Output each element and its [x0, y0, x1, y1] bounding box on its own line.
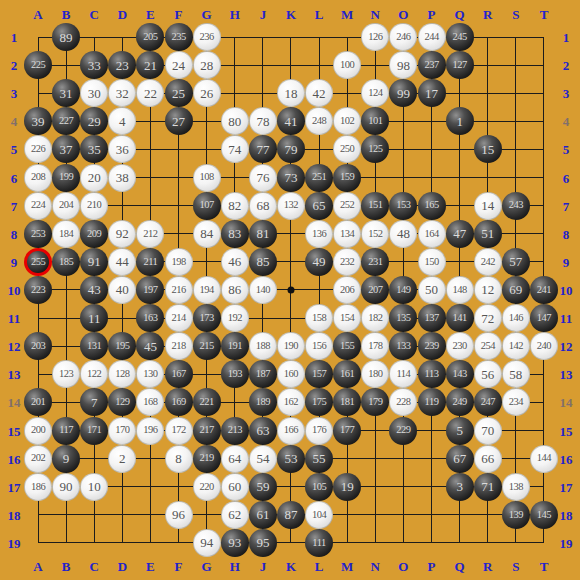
move-number: 82	[228, 199, 241, 212]
move-number: 239	[424, 341, 438, 352]
move-number: 99	[397, 87, 410, 100]
stone-J13: 187	[249, 360, 277, 388]
move-number: 90	[60, 480, 73, 493]
column-label-top-F: F	[175, 8, 183, 21]
stone-E13: 130	[136, 360, 164, 388]
stone-D5: 36	[108, 135, 136, 163]
move-number: 63	[256, 424, 269, 437]
stone-B1: 89	[52, 23, 80, 51]
move-number: 96	[172, 508, 185, 521]
move-number: 54	[256, 452, 269, 465]
go-board[interactable]: AABBCCDDEEFFGGHHJJKKLLMMNNOOPPQQRRSSTT11…	[0, 0, 580, 580]
move-number: 53	[284, 452, 297, 465]
move-number: 169	[171, 397, 185, 408]
move-number: 26	[200, 87, 213, 100]
move-number: 162	[284, 397, 298, 408]
move-number: 215	[200, 341, 214, 352]
stone-B4: 227	[52, 107, 80, 135]
stone-N11: 182	[361, 304, 389, 332]
row-label-right-12: 12	[560, 340, 573, 353]
stone-L14: 175	[305, 388, 333, 416]
stone-N9: 231	[361, 248, 389, 276]
stone-O13: 114	[389, 360, 417, 388]
column-label-top-H: H	[230, 8, 240, 21]
column-label-top-T: T	[540, 8, 549, 21]
move-number: 41	[284, 115, 297, 128]
move-number: 224	[31, 200, 45, 211]
move-number: 125	[368, 144, 382, 155]
stone-P14: 119	[418, 388, 446, 416]
stone-O14: 228	[389, 388, 417, 416]
row-label-right-7: 7	[563, 199, 570, 212]
move-number: 165	[424, 200, 438, 211]
move-number: 45	[144, 340, 157, 353]
stone-E10: 197	[136, 276, 164, 304]
row-label-left-9: 9	[11, 255, 18, 268]
move-number: 168	[143, 397, 157, 408]
move-number: 220	[200, 482, 214, 493]
row-label-left-6: 6	[11, 171, 18, 184]
move-number: 173	[200, 313, 214, 324]
move-number: 50	[425, 283, 438, 296]
stone-A7: 224	[24, 192, 52, 220]
stone-P2: 237	[418, 51, 446, 79]
stone-C3: 30	[80, 79, 108, 107]
stone-S18: 139	[502, 501, 530, 529]
stone-L15: 176	[305, 417, 333, 445]
move-number: 237	[424, 60, 438, 71]
row-label-right-6: 6	[563, 171, 570, 184]
stone-O3: 99	[389, 79, 417, 107]
move-number: 79	[284, 143, 297, 156]
stone-F3: 25	[165, 79, 193, 107]
move-number: 70	[481, 424, 494, 437]
move-number: 4	[119, 115, 126, 128]
stone-J16: 54	[249, 445, 277, 473]
move-number: 214	[171, 313, 185, 324]
stone-N7: 151	[361, 192, 389, 220]
move-number: 130	[143, 369, 157, 380]
stone-P12: 239	[418, 332, 446, 360]
move-number: 187	[256, 369, 270, 380]
stone-K4: 41	[277, 107, 305, 135]
move-number: 198	[171, 257, 185, 268]
move-number: 195	[115, 341, 129, 352]
move-number: 227	[59, 116, 73, 127]
move-number: 199	[59, 172, 73, 183]
move-number: 7	[91, 396, 98, 409]
move-number: 20	[88, 171, 101, 184]
move-number: 139	[509, 510, 523, 521]
stone-S9: 57	[502, 248, 530, 276]
row-label-left-13: 13	[8, 368, 21, 381]
stone-T12: 240	[530, 332, 558, 360]
stone-R9: 242	[474, 248, 502, 276]
stone-Q13: 143	[446, 360, 474, 388]
move-number: 72	[481, 312, 494, 325]
column-label-top-A: A	[33, 8, 42, 21]
column-label-bottom-A: A	[33, 560, 42, 573]
stone-N8: 152	[361, 220, 389, 248]
stone-Q16: 67	[446, 445, 474, 473]
move-number: 219	[200, 453, 214, 464]
row-label-left-7: 7	[11, 199, 18, 212]
stone-L17: 105	[305, 473, 333, 501]
column-label-bottom-M: M	[341, 560, 353, 573]
stone-S7: 243	[502, 192, 530, 220]
move-number: 157	[312, 369, 326, 380]
stone-H8: 83	[221, 220, 249, 248]
row-label-left-18: 18	[8, 508, 21, 521]
move-number: 80	[228, 115, 241, 128]
move-number: 145	[537, 510, 551, 521]
row-label-left-11: 11	[8, 312, 20, 325]
column-label-bottom-T: T	[540, 560, 549, 573]
column-label-top-B: B	[62, 8, 71, 21]
row-label-left-4: 4	[11, 115, 18, 128]
move-number: 39	[32, 115, 45, 128]
move-number: 85	[256, 255, 269, 268]
move-number: 230	[453, 341, 467, 352]
move-number: 30	[88, 87, 101, 100]
stone-K18: 87	[277, 501, 305, 529]
move-number: 73	[284, 171, 297, 184]
move-number: 24	[172, 59, 185, 72]
move-number: 101	[368, 116, 382, 127]
move-number: 113	[425, 369, 439, 380]
stone-M9: 232	[333, 248, 361, 276]
stone-E15: 196	[136, 417, 164, 445]
stone-G11: 173	[193, 304, 221, 332]
row-label-right-5: 5	[563, 143, 570, 156]
stone-L4: 248	[305, 107, 333, 135]
move-number: 218	[171, 341, 185, 352]
stone-F9: 198	[165, 248, 193, 276]
stone-M7: 252	[333, 192, 361, 220]
stone-C9: 91	[80, 248, 108, 276]
move-number: 176	[312, 425, 326, 436]
stone-Q8: 47	[446, 220, 474, 248]
stone-C13: 122	[80, 360, 108, 388]
stone-K5: 79	[277, 135, 305, 163]
move-number: 235	[171, 32, 185, 43]
stone-Q4: 1	[446, 107, 474, 135]
move-number: 254	[481, 341, 495, 352]
stone-N1: 126	[361, 23, 389, 51]
stone-A2: 225	[24, 51, 52, 79]
column-label-bottom-C: C	[90, 560, 99, 573]
move-number: 86	[228, 283, 241, 296]
move-number: 104	[312, 510, 326, 521]
move-number: 32	[116, 87, 129, 100]
move-number: 28	[200, 59, 213, 72]
stone-H10: 86	[221, 276, 249, 304]
stone-E8: 212	[136, 220, 164, 248]
move-number: 89	[60, 31, 73, 44]
move-number: 208	[31, 172, 45, 183]
stone-K12: 190	[277, 332, 305, 360]
stone-P9: 150	[418, 248, 446, 276]
move-number: 246	[396, 32, 410, 43]
move-number: 35	[88, 143, 101, 156]
row-label-right-3: 3	[563, 87, 570, 100]
move-number: 42	[313, 87, 326, 100]
stone-D9: 44	[108, 248, 136, 276]
move-number: 242	[481, 257, 495, 268]
stone-T18: 145	[530, 501, 558, 529]
stone-C7: 210	[80, 192, 108, 220]
stone-M12: 155	[333, 332, 361, 360]
stone-L16: 55	[305, 445, 333, 473]
move-number: 123	[59, 369, 73, 380]
move-number: 154	[340, 313, 354, 324]
stone-E3: 22	[136, 79, 164, 107]
column-label-bottom-F: F	[175, 560, 183, 573]
row-label-left-16: 16	[8, 452, 21, 465]
column-label-bottom-R: R	[483, 560, 492, 573]
move-number: 119	[425, 397, 439, 408]
move-number: 74	[228, 143, 241, 156]
column-label-bottom-O: O	[398, 560, 408, 573]
row-label-left-1: 1	[11, 31, 18, 44]
move-number: 143	[453, 369, 467, 380]
move-number: 159	[340, 172, 354, 183]
move-number: 251	[312, 172, 326, 183]
stone-M10: 206	[333, 276, 361, 304]
row-label-right-9: 9	[563, 255, 570, 268]
stone-C17: 10	[80, 473, 108, 501]
move-number: 92	[116, 227, 129, 240]
grid-line	[38, 542, 544, 543]
stone-M6: 159	[333, 164, 361, 192]
move-number: 56	[481, 368, 494, 381]
move-number: 65	[313, 199, 326, 212]
stone-N4: 101	[361, 107, 389, 135]
stone-C8: 209	[80, 220, 108, 248]
stone-F10: 216	[165, 276, 193, 304]
stone-F4: 27	[165, 107, 193, 135]
column-label-bottom-P: P	[428, 560, 436, 573]
move-number: 158	[312, 313, 326, 324]
stone-M15: 177	[333, 417, 361, 445]
stone-B3: 31	[52, 79, 80, 107]
stone-A6: 208	[24, 164, 52, 192]
row-label-left-2: 2	[11, 59, 18, 72]
move-number: 55	[313, 452, 326, 465]
stone-O11: 135	[389, 304, 417, 332]
stone-Q11: 141	[446, 304, 474, 332]
move-number: 163	[143, 313, 157, 324]
move-number: 156	[312, 341, 326, 352]
stone-F13: 167	[165, 360, 193, 388]
move-number: 128	[115, 369, 129, 380]
stone-B7: 204	[52, 192, 80, 220]
move-number: 225	[31, 60, 45, 71]
move-number: 77	[256, 143, 269, 156]
stone-J19: 95	[249, 529, 277, 557]
row-label-right-15: 15	[560, 424, 573, 437]
stone-K6: 73	[277, 164, 305, 192]
move-number: 142	[509, 341, 523, 352]
stone-J5: 77	[249, 135, 277, 163]
stone-D8: 92	[108, 220, 136, 248]
move-number: 194	[200, 285, 214, 296]
stone-T16: 144	[530, 445, 558, 473]
move-number: 217	[200, 425, 214, 436]
stone-G12: 215	[193, 332, 221, 360]
stone-R14: 247	[474, 388, 502, 416]
move-number: 192	[228, 313, 242, 324]
row-label-right-16: 16	[560, 452, 573, 465]
move-number: 25	[172, 87, 185, 100]
stone-B15: 117	[52, 417, 80, 445]
move-number: 100	[340, 60, 354, 71]
move-number: 253	[31, 229, 45, 240]
stone-H17: 60	[221, 473, 249, 501]
column-label-bottom-B: B	[62, 560, 71, 573]
move-number: 36	[116, 143, 129, 156]
move-number: 107	[200, 200, 214, 211]
stone-Q17: 3	[446, 473, 474, 501]
stone-R17: 71	[474, 473, 502, 501]
move-number: 5	[456, 424, 463, 437]
stone-Q2: 127	[446, 51, 474, 79]
stone-R12: 254	[474, 332, 502, 360]
move-number: 191	[228, 341, 242, 352]
move-number: 102	[340, 116, 354, 127]
move-number: 29	[88, 115, 101, 128]
move-number: 146	[509, 313, 523, 324]
row-label-right-10: 10	[560, 283, 573, 296]
move-number: 185	[59, 257, 73, 268]
stone-H5: 74	[221, 135, 249, 163]
stone-M4: 102	[333, 107, 361, 135]
stone-M14: 181	[333, 388, 361, 416]
column-label-bottom-Q: Q	[455, 560, 465, 573]
move-number: 38	[116, 171, 129, 184]
stone-M5: 250	[333, 135, 361, 163]
stone-C6: 20	[80, 164, 108, 192]
stone-O2: 98	[389, 51, 417, 79]
stone-O15: 229	[389, 417, 417, 445]
stone-Q1: 245	[446, 23, 474, 51]
column-label-top-E: E	[146, 8, 155, 21]
move-number: 66	[481, 452, 494, 465]
stone-C5: 35	[80, 135, 108, 163]
move-number: 186	[31, 482, 45, 493]
stone-G14: 221	[193, 388, 221, 416]
move-number: 197	[143, 285, 157, 296]
stone-C15: 171	[80, 417, 108, 445]
stone-D3: 32	[108, 79, 136, 107]
move-number: 149	[396, 285, 410, 296]
move-number: 134	[340, 229, 354, 240]
move-number: 76	[256, 171, 269, 184]
stone-C4: 29	[80, 107, 108, 135]
move-number: 98	[397, 59, 410, 72]
stone-C14: 7	[80, 388, 108, 416]
move-number: 152	[368, 229, 382, 240]
move-number: 84	[200, 227, 213, 240]
stone-L8: 136	[305, 220, 333, 248]
stone-H15: 213	[221, 417, 249, 445]
stone-N5: 125	[361, 135, 389, 163]
move-number: 179	[368, 397, 382, 408]
move-number: 212	[143, 229, 157, 240]
stone-G6: 108	[193, 164, 221, 192]
stone-F14: 169	[165, 388, 193, 416]
column-label-top-Q: Q	[455, 8, 465, 21]
move-number: 241	[537, 285, 551, 296]
stone-N3: 124	[361, 79, 389, 107]
column-label-top-O: O	[398, 8, 408, 21]
move-number: 171	[87, 425, 101, 436]
move-number: 111	[312, 538, 325, 549]
stone-H13: 193	[221, 360, 249, 388]
stone-G1: 236	[193, 23, 221, 51]
stone-M8: 134	[333, 220, 361, 248]
move-number: 175	[312, 397, 326, 408]
column-label-top-J: J	[260, 8, 267, 21]
stone-A17: 186	[24, 473, 52, 501]
column-label-top-R: R	[483, 8, 492, 21]
stone-B16: 9	[52, 445, 80, 473]
row-label-left-5: 5	[11, 143, 18, 156]
column-label-top-S: S	[512, 8, 519, 21]
move-number: 170	[115, 425, 129, 436]
move-number: 182	[368, 313, 382, 324]
move-number: 252	[340, 200, 354, 211]
stone-H9: 46	[221, 248, 249, 276]
move-number: 23	[116, 59, 129, 72]
stone-G16: 219	[193, 445, 221, 473]
stone-R5: 15	[474, 135, 502, 163]
move-number: 15	[481, 143, 494, 156]
move-number: 245	[453, 32, 467, 43]
stone-A4: 39	[24, 107, 52, 135]
row-label-left-17: 17	[8, 480, 21, 493]
stone-C10: 43	[80, 276, 108, 304]
stone-N14: 179	[361, 388, 389, 416]
move-number: 43	[88, 283, 101, 296]
move-number: 37	[60, 143, 73, 156]
move-number: 180	[368, 369, 382, 380]
move-number: 137	[424, 313, 438, 324]
stone-O1: 246	[389, 23, 417, 51]
stone-B5: 37	[52, 135, 80, 163]
stone-B17: 90	[52, 473, 80, 501]
move-number: 244	[424, 32, 438, 43]
move-number: 132	[284, 200, 298, 211]
stone-J7: 68	[249, 192, 277, 220]
stone-R15: 70	[474, 417, 502, 445]
move-number: 60	[228, 480, 241, 493]
move-number: 250	[340, 144, 354, 155]
move-number: 133	[396, 341, 410, 352]
move-number: 51	[481, 227, 494, 240]
stone-R16: 66	[474, 445, 502, 473]
move-number: 12	[481, 283, 494, 296]
move-number: 124	[368, 88, 382, 99]
stone-N10: 207	[361, 276, 389, 304]
row-label-right-18: 18	[560, 508, 573, 521]
stone-E11: 163	[136, 304, 164, 332]
stone-J12: 188	[249, 332, 277, 360]
move-number: 18	[284, 87, 297, 100]
stone-G3: 26	[193, 79, 221, 107]
stone-P13: 113	[418, 360, 446, 388]
stone-T11: 147	[530, 304, 558, 332]
